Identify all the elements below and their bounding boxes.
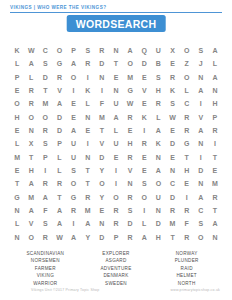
grid-cell-r8c15: I: [208, 137, 222, 150]
grid-cell-r7c2: N: [24, 124, 38, 137]
grid-cell-r1c6: S: [81, 44, 95, 57]
grid-cell-r3c6: I: [81, 71, 95, 84]
grid-cell-r8c11: K: [151, 137, 165, 150]
grid-cell-r10c7: Y: [95, 164, 109, 177]
grid-cell-r11c13: E: [180, 177, 194, 190]
grid-cell-r12c1: G: [10, 191, 24, 204]
grid-cell-r12c3: A: [38, 191, 52, 204]
grid-cell-r15c12: T: [165, 231, 179, 244]
grid-cell-r1c9: A: [123, 44, 137, 57]
grid-cell-r5c3: M: [38, 97, 52, 110]
grid-cell-r1c1: K: [10, 44, 24, 57]
grid-cell-r3c2: L: [24, 71, 38, 84]
grid-cell-r2c10: D: [137, 57, 151, 70]
grid-cell-r13c8: R: [109, 204, 123, 217]
grid-cell-r6c12: W: [165, 111, 179, 124]
grid-cell-r4c3: T: [38, 84, 52, 97]
grid-cell-r14c7: N: [95, 217, 109, 230]
grid-cell-r13c4: A: [52, 204, 66, 217]
grid-cell-r7c12: E: [165, 124, 179, 137]
grid-cell-r5c4: A: [52, 97, 66, 110]
grid-cell-r13c12: R: [165, 204, 179, 217]
grid-cell-r2c3: S: [38, 57, 52, 70]
grid-cell-r3c4: R: [52, 71, 66, 84]
grid-cell-r12c5: G: [67, 191, 81, 204]
grid-cell-r14c15: A: [208, 217, 222, 230]
grid-cell-r7c4: D: [52, 124, 66, 137]
grid-cell-r11c14: N: [194, 177, 208, 190]
grid-cell-r2c6: R: [81, 57, 95, 70]
grid-cell-r12c10: O: [137, 191, 151, 204]
grid-cell-r5c2: R: [24, 97, 38, 110]
grid-cell-r4c2: R: [24, 84, 38, 97]
grid-cell-r8c9: H: [123, 137, 137, 150]
grid-cell-r7c3: R: [38, 124, 52, 137]
grid-cell-r11c9: N: [123, 177, 137, 190]
grid-cell-r9c3: P: [38, 151, 52, 164]
grid-cell-r3c13: O: [180, 71, 194, 84]
grid-cell-r5c5: E: [67, 97, 81, 110]
grid-cell-r8c3: S: [38, 137, 52, 150]
grid-cell-r13c15: T: [208, 204, 222, 217]
grid-cell-r13c6: M: [81, 204, 95, 217]
grid-cell-r14c12: M: [165, 217, 179, 230]
grid-cell-r6c1: H: [10, 111, 24, 124]
grid-cell-r5c13: C: [180, 97, 194, 110]
grid-cell-r12c13: I: [180, 191, 194, 204]
grid-cell-r9c12: E: [165, 151, 179, 164]
grid-cell-r10c15: E: [208, 164, 222, 177]
footer-credit: Vikings Unit ©2017 Primary Topic Shop: [31, 288, 99, 292]
word-list-col-3: NORWAYPLUNDERRAIDHELMETNORTH: [151, 250, 222, 287]
grid-cell-r5c11: R: [151, 97, 165, 110]
grid-cell-r13c13: R: [180, 204, 194, 217]
grid-cell-r10c2: H: [24, 164, 38, 177]
grid-cell-r15c7: D: [95, 231, 109, 244]
grid-cell-r8c7: V: [95, 137, 109, 150]
grid-cell-r4c11: H: [151, 84, 165, 97]
grid-cell-r2c5: A: [67, 57, 81, 70]
grid-cell-r15c5: A: [67, 231, 81, 244]
grid-cell-r14c3: S: [38, 217, 52, 230]
grid-cell-r2c15: L: [208, 57, 222, 70]
header-divider: [10, 12, 222, 13]
grid-cell-r5c10: E: [137, 97, 151, 110]
grid-cell-r6c13: R: [180, 111, 194, 124]
grid-cell-r10c5: S: [67, 164, 81, 177]
grid-cell-r12c14: A: [194, 191, 208, 204]
grid-cell-r7c15: R: [208, 124, 222, 137]
grid-cell-r13c2: A: [24, 204, 38, 217]
grid-cell-r2c14: J: [194, 57, 208, 70]
grid-cell-r8c1: L: [10, 137, 24, 150]
grid-cell-r12c12: D: [165, 191, 179, 204]
word-list-col-1: SCANDINAVIANNORSEMENFARMERVIKINGWARRIOR: [10, 250, 81, 287]
grid-cell-r14c13: F: [180, 217, 194, 230]
grid-cell-r2c7: D: [95, 57, 109, 70]
footer-url: www.primarytopicshop.co.uk: [170, 288, 220, 292]
grid-cell-r2c1: L: [10, 57, 24, 70]
grid-cell-r12c8: O: [109, 191, 123, 204]
grid-cell-r14c1: L: [10, 217, 24, 230]
grid-cell-r12c11: U: [151, 191, 165, 204]
word-item: HELMET: [151, 272, 222, 279]
grid-cell-r15c10: A: [137, 231, 151, 244]
grid-cell-r12c6: R: [81, 191, 95, 204]
grid-cell-r7c9: E: [123, 124, 137, 137]
grid-cell-r5c8: U: [109, 97, 123, 110]
grid-cell-r11c6: T: [81, 177, 95, 190]
grid-cell-r11c11: O: [151, 177, 165, 190]
grid-cell-r8c13: G: [180, 137, 194, 150]
grid-cell-r10c11: A: [151, 164, 165, 177]
grid-cell-r9c9: R: [123, 151, 137, 164]
grid-cell-r1c14: S: [194, 44, 208, 57]
grid-cell-r2c8: T: [109, 57, 123, 70]
word-item: ASGARD: [81, 257, 152, 264]
grid-cell-r10c4: L: [52, 164, 66, 177]
grid-cell-r14c4: A: [52, 217, 66, 230]
grid-cell-r10c8: I: [109, 164, 123, 177]
grid-cell-r4c4: V: [52, 84, 66, 97]
grid-cell-r8c8: U: [109, 137, 123, 150]
grid-cell-r3c9: M: [123, 71, 137, 84]
grid-cell-r2c4: G: [52, 57, 66, 70]
grid-cell-r11c3: R: [38, 177, 52, 190]
grid-cell-r13c5: R: [67, 204, 81, 217]
grid-cell-r15c4: W: [52, 231, 66, 244]
word-item: VIKING: [10, 272, 81, 279]
grid-cell-r3c8: E: [109, 71, 123, 84]
grid-cell-r10c12: N: [165, 164, 179, 177]
grid-cell-r4c10: V: [137, 84, 151, 97]
grid-cell-r1c8: N: [109, 44, 123, 57]
grid-cell-r7c7: T: [95, 124, 109, 137]
grid-cell-r9c8: E: [109, 151, 123, 164]
grid-cell-r6c5: E: [67, 111, 81, 124]
grid-cell-r3c14: N: [194, 71, 208, 84]
grid-cell-r6c6: N: [81, 111, 95, 124]
word-item: WARRIOR: [10, 280, 81, 287]
grid-cell-r1c12: X: [165, 44, 179, 57]
grid-cell-r15c8: P: [109, 231, 123, 244]
wordsearch-grid: KWCOPSRNAQUXOSALASGARDTODBEZJLPLDROINEME…: [10, 44, 222, 244]
grid-cell-r8c5: U: [67, 137, 81, 150]
grid-cell-r8c6: I: [81, 137, 95, 150]
grid-cell-r7c6: E: [81, 124, 95, 137]
grid-cell-r4c15: N: [208, 84, 222, 97]
grid-cell-r15c6: Y: [81, 231, 95, 244]
grid-cell-r11c15: M: [208, 177, 222, 190]
grid-cell-r1c13: O: [180, 44, 194, 57]
grid-cell-r11c8: I: [109, 177, 123, 190]
grid-cell-r7c1: E: [10, 124, 24, 137]
grid-cell-r4c1: E: [10, 84, 24, 97]
grid-cell-r9c5: U: [67, 151, 81, 164]
word-item: FARMER: [10, 265, 81, 272]
word-item: NORTH: [151, 280, 222, 287]
grid-cell-r4c9: G: [123, 84, 137, 97]
grid-cell-r9c7: D: [95, 151, 109, 164]
grid-cell-r3c12: R: [165, 71, 179, 84]
grid-cell-r3c1: P: [10, 71, 24, 84]
grid-cell-r13c3: F: [38, 204, 52, 217]
grid-cell-r6c14: V: [194, 111, 208, 124]
word-list-col-2: EXPLORERASGARDADVENTUREDENMARKSWEDEN: [81, 250, 152, 287]
grid-cell-r9c2: T: [24, 151, 38, 164]
grid-cell-r7c13: R: [180, 124, 194, 137]
grid-cell-r13c9: S: [123, 204, 137, 217]
grid-cell-r12c7: Y: [95, 191, 109, 204]
word-item: SCANDINAVIAN: [10, 250, 81, 257]
word-item: NORWAY: [151, 250, 222, 257]
grid-cell-r6c9: R: [123, 111, 137, 124]
grid-cell-r4c8: N: [109, 84, 123, 97]
grid-cell-r13c11: N: [151, 204, 165, 217]
grid-cell-r11c12: C: [165, 177, 179, 190]
grid-cell-r7c5: A: [67, 124, 81, 137]
grid-cell-r15c15: N: [208, 231, 222, 244]
grid-cell-r15c11: H: [151, 231, 165, 244]
grid-cell-r8c14: N: [194, 137, 208, 150]
grid-cell-r1c4: O: [52, 44, 66, 57]
grid-cell-r8c12: D: [165, 137, 179, 150]
grid-cell-r9c1: M: [10, 151, 24, 164]
grid-cell-r9c13: T: [180, 151, 194, 164]
grid-cell-r9c14: I: [194, 151, 208, 164]
grid-cell-r1c11: U: [151, 44, 165, 57]
grid-cell-r1c5: P: [67, 44, 81, 57]
grid-cell-r14c5: I: [67, 217, 81, 230]
grid-cell-r11c7: O: [95, 177, 109, 190]
grid-cell-r14c11: D: [151, 217, 165, 230]
grid-cell-r12c2: M: [24, 191, 38, 204]
grid-cell-r3c15: A: [208, 71, 222, 84]
grid-cell-r3c3: D: [38, 71, 52, 84]
grid-cell-r13c14: C: [194, 204, 208, 217]
grid-cell-r6c4: D: [52, 111, 66, 124]
grid-cell-r6c15: P: [208, 111, 222, 124]
grid-cell-r15c1: N: [10, 231, 24, 244]
word-item: ADVENTURE: [81, 265, 152, 272]
grid-cell-r10c13: H: [180, 164, 194, 177]
grid-cell-r3c11: S: [151, 71, 165, 84]
grid-cell-r11c2: A: [24, 177, 38, 190]
grid-cell-r15c13: R: [180, 231, 194, 244]
word-item: RAID: [151, 265, 222, 272]
grid-cell-r10c10: E: [137, 164, 151, 177]
grid-cell-r8c4: P: [52, 137, 66, 150]
grid-cell-r6c7: M: [95, 111, 109, 124]
grid-cell-r2c11: B: [151, 57, 165, 70]
grid-cell-r10c6: T: [81, 164, 95, 177]
grid-cell-r5c9: W: [123, 97, 137, 110]
grid-cell-r14c9: D: [123, 217, 137, 230]
grid-cell-r8c2: X: [24, 137, 38, 150]
grid-cell-r2c9: O: [123, 57, 137, 70]
grid-cell-r14c8: R: [109, 217, 123, 230]
grid-cell-r10c14: D: [194, 164, 208, 177]
grid-cell-r11c4: R: [52, 177, 66, 190]
grid-cell-r9c11: N: [151, 151, 165, 164]
grid-cell-r6c3: O: [38, 111, 52, 124]
grid-cell-r9c4: L: [52, 151, 66, 164]
grid-cell-r9c15: T: [208, 151, 222, 164]
grid-cell-r1c3: C: [38, 44, 52, 57]
grid-cell-r5c7: F: [95, 97, 109, 110]
grid-cell-r5c15: H: [208, 97, 222, 110]
grid-cell-r3c7: N: [95, 71, 109, 84]
grid-cell-r9c10: E: [137, 151, 151, 164]
grid-cell-r5c12: S: [165, 97, 179, 110]
grid-cell-r2c12: E: [165, 57, 179, 70]
grid-cell-r4c13: L: [180, 84, 194, 97]
grid-cell-r11c1: T: [10, 177, 24, 190]
grid-cell-r15c9: R: [123, 231, 137, 244]
word-item: DENMARK: [81, 272, 152, 279]
grid-cell-r6c10: K: [137, 111, 151, 124]
word-item: EXPLORER: [81, 250, 152, 257]
grid-cell-r1c10: Q: [137, 44, 151, 57]
word-item: NORSEMEN: [10, 257, 81, 264]
grid-cell-r10c1: E: [10, 164, 24, 177]
grid-cell-r10c9: V: [123, 164, 137, 177]
breadcrumb: VIKINGS | WHO WERE THE VIKINGS?: [10, 5, 106, 10]
grid-cell-r5c1: O: [10, 97, 24, 110]
grid-cell-r6c11: L: [151, 111, 165, 124]
grid-cell-r4c12: K: [165, 84, 179, 97]
grid-cell-r13c10: I: [137, 204, 151, 217]
grid-cell-r15c14: O: [194, 231, 208, 244]
word-list: SCANDINAVIANNORSEMENFARMERVIKINGWARRIOR …: [10, 250, 222, 287]
grid-cell-r7c8: L: [109, 124, 123, 137]
grid-cell-r15c3: R: [38, 231, 52, 244]
grid-cell-r3c5: O: [67, 71, 81, 84]
grid-cell-r7c14: A: [194, 124, 208, 137]
grid-cell-r12c4: T: [52, 191, 66, 204]
grid-cell-r4c7: I: [95, 84, 109, 97]
grid-cell-r12c9: R: [123, 191, 137, 204]
grid-cell-r1c15: A: [208, 44, 222, 57]
grid-cell-r4c5: I: [67, 84, 81, 97]
grid-cell-r4c6: K: [81, 84, 95, 97]
grid-cell-r13c1: N: [10, 204, 24, 217]
grid-cell-r14c14: S: [194, 217, 208, 230]
grid-cell-r7c11: A: [151, 124, 165, 137]
grid-cell-r13c7: E: [95, 204, 109, 217]
grid-cell-r8c10: R: [137, 137, 151, 150]
grid-cell-r7c10: I: [137, 124, 151, 137]
grid-cell-r1c2: W: [24, 44, 38, 57]
grid-cell-r5c6: L: [81, 97, 95, 110]
grid-cell-r3c10: E: [137, 71, 151, 84]
grid-cell-r2c2: A: [24, 57, 38, 70]
word-item: PLUNDER: [151, 257, 222, 264]
grid-cell-r10c3: I: [38, 164, 52, 177]
grid-cell-r11c10: S: [137, 177, 151, 190]
grid-cell-r4c14: A: [194, 84, 208, 97]
grid-cell-r14c6: A: [81, 217, 95, 230]
grid-cell-r11c5: O: [67, 177, 81, 190]
grid-cell-r5c14: I: [194, 97, 208, 110]
word-item: SWEDEN: [81, 280, 152, 287]
grid-cell-r14c10: L: [137, 217, 151, 230]
grid-cell-r9c6: N: [81, 151, 95, 164]
grid-cell-r6c2: O: [24, 111, 38, 124]
grid-cell-r12c15: R: [208, 191, 222, 204]
grid-cell-r1c7: R: [95, 44, 109, 57]
grid-cell-r14c2: V: [24, 217, 38, 230]
page-title: WORDSEARCH: [67, 15, 166, 32]
grid-cell-r6c8: A: [109, 111, 123, 124]
grid-cell-r2c13: Z: [180, 57, 194, 70]
grid-cell-r15c2: O: [24, 231, 38, 244]
